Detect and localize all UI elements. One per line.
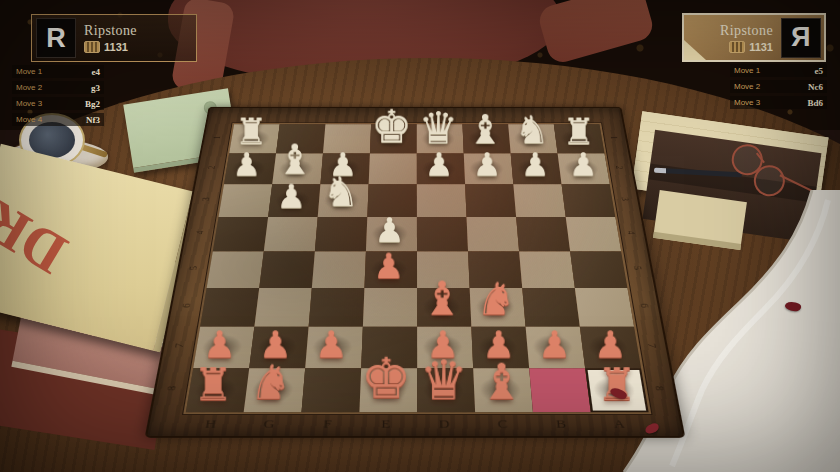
move-value: Bg2 [85, 99, 100, 109]
move-value: g3 [91, 83, 100, 93]
white-player-panel: R Ripstone 1131 [31, 14, 197, 62]
white-player-name: Ripstone [84, 23, 184, 39]
piece-bB-d6[interactable]: ♝ [415, 286, 469, 325]
chess-board: HGFEDCBA 12345678 12345678 ♜♞♝♛♚♜♟♟♟♟♟♟♝… [145, 107, 686, 438]
rank-label-1: 1 [191, 131, 240, 145]
rank-label-4: 4 [605, 225, 658, 241]
file-label-C: C [473, 413, 533, 435]
white-player-rating: 1131 [84, 41, 184, 53]
piece-glyph: ♜ [574, 360, 659, 407]
rank-label-4: 4 [171, 225, 224, 241]
piece-glyph: ♚ [344, 349, 429, 408]
ripstone-logo-icon: R [781, 18, 821, 58]
file-label-G: G [239, 413, 300, 435]
ripstone-logo-icon: R [36, 18, 76, 58]
rank-label-2: 2 [595, 160, 645, 174]
rank-label-3: 3 [600, 192, 652, 207]
black-player-panel: Ripstone 1131 R [682, 13, 826, 62]
piece-glyph: ♟ [404, 147, 475, 181]
black-move-list: Move 1e5Move 2Nc6Move 3Bd6 [730, 64, 827, 112]
move-value: Nc6 [808, 82, 823, 92]
move-label: Move 4 [16, 115, 42, 124]
file-label-A: A [589, 413, 651, 435]
move-label: Move 3 [734, 98, 760, 107]
game-scene: DR HGFEDCBA 12345678 12345678 ♜♞♝♛♚♜♟♟♟♟… [0, 0, 840, 472]
yellow-book-title: DR [0, 187, 78, 288]
rating-value: 1131 [749, 41, 773, 53]
white-move-list: Move 1e4Move 2g3Move 3Bg2Move 4Nf3 [12, 65, 104, 129]
black-player-info: Ripstone 1131 [687, 23, 781, 53]
logo-letter: R [46, 23, 66, 54]
rank-label-2: 2 [185, 160, 235, 174]
file-label-H: H [180, 413, 242, 435]
move-label: Move 1 [16, 67, 42, 76]
move-row: Move 1e5 [730, 64, 827, 77]
piece-bR-h8[interactable]: ♜ [184, 367, 247, 411]
rating-value: 1131 [104, 41, 128, 53]
black-player-rating: 1131 [695, 41, 773, 53]
move-label: Move 3 [16, 99, 42, 108]
file-label-E: E [356, 413, 415, 435]
file-label-D: D [415, 413, 474, 435]
move-value: Nf3 [86, 115, 100, 125]
file-label-B: B [531, 413, 592, 435]
move-label: Move 2 [16, 83, 42, 92]
move-value: e4 [92, 67, 101, 77]
move-row: Move 4Nf3 [12, 113, 104, 126]
logo-letter: R [791, 22, 811, 53]
rating-badge-icon [729, 41, 745, 53]
move-label: Move 2 [734, 82, 760, 91]
file-label-F: F [297, 413, 357, 435]
move-value: e5 [815, 66, 824, 76]
piece-bK-e8[interactable]: ♚ [357, 367, 415, 411]
move-row: Move 3Bd6 [730, 96, 827, 109]
file-labels: HGFEDCBA [180, 413, 651, 435]
piece-glyph: ♟ [352, 212, 427, 248]
piece-glyph: ♚ [357, 103, 426, 151]
move-row: Move 1e4 [12, 65, 104, 78]
rank-label-3: 3 [178, 192, 230, 207]
rating-badge-icon [84, 41, 100, 53]
piece-wP-d2[interactable]: ♟ [415, 152, 463, 183]
black-player-name: Ripstone [695, 23, 773, 39]
piece-glyph: ♜ [171, 360, 256, 407]
move-value: Bd6 [807, 98, 823, 108]
move-row: Move 2g3 [12, 81, 104, 94]
move-row: Move 2Nc6 [730, 80, 827, 93]
piece-wN-f3[interactable]: ♞ [316, 183, 367, 216]
rank-label-1: 1 [590, 131, 639, 145]
piece-glyph: ♞ [304, 171, 377, 214]
piece-glyph: ♝ [402, 274, 482, 323]
white-player-info: Ripstone 1131 [76, 23, 192, 53]
move-row: Move 3Bg2 [12, 97, 104, 110]
move-label: Move 1 [734, 66, 760, 75]
